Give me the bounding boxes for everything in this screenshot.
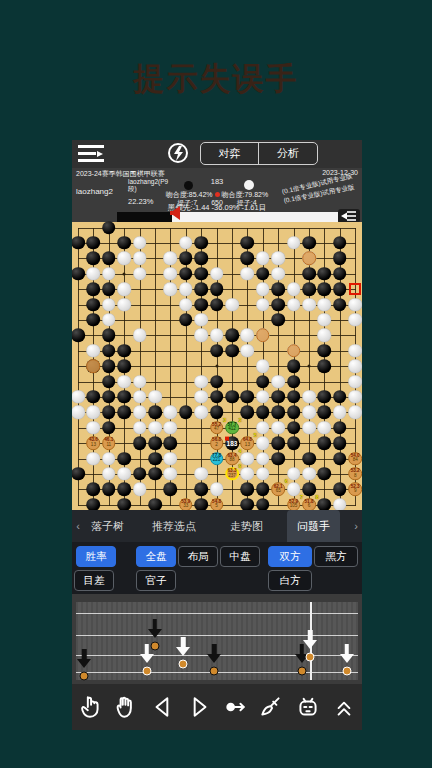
black-stone — [102, 252, 116, 266]
black-stone — [179, 267, 193, 281]
white-stone-icon — [244, 180, 254, 190]
candidate-move-marker[interactable]: 55.247 — [210, 421, 224, 435]
black-stone — [302, 267, 316, 281]
white-stone — [302, 406, 316, 420]
filter-button-黑方[interactable]: 黑方 — [314, 546, 358, 567]
menu-icon[interactable] — [78, 145, 104, 163]
black-stone — [271, 406, 285, 420]
go-board[interactable]: 55.247357.7412243.61346.11156.8264.81357… — [72, 222, 362, 510]
white-stone — [256, 298, 270, 312]
black-stone — [148, 436, 162, 450]
black-stone — [302, 236, 316, 250]
black-stone — [256, 375, 270, 389]
hand-pan-icon[interactable] — [111, 692, 141, 722]
star-point — [123, 272, 126, 275]
black-stone — [302, 483, 316, 497]
mistake-arrow-black[interactable] — [148, 619, 162, 638]
black-stone — [287, 436, 301, 450]
white-stone — [72, 406, 85, 420]
white-stone — [87, 406, 101, 420]
black-stone — [210, 298, 224, 312]
white-stone — [133, 421, 147, 435]
white-stone — [333, 406, 347, 420]
filter-button-全盘[interactable]: 全盘 — [136, 546, 176, 567]
mistake-circle-marker — [287, 344, 301, 358]
black-stone — [164, 436, 178, 450]
black-stone — [225, 344, 239, 358]
white-stone — [194, 329, 208, 343]
mistake-dot-white[interactable] — [306, 652, 315, 661]
black-stone — [333, 436, 347, 450]
white-stone — [133, 329, 147, 343]
black-stone — [271, 436, 285, 450]
black-stone — [179, 313, 193, 327]
black-stone — [333, 298, 347, 312]
black-stone — [72, 236, 85, 250]
white-stone — [348, 344, 362, 358]
white-stone — [117, 298, 131, 312]
white-stone — [302, 421, 316, 435]
white-stone — [225, 298, 239, 312]
candidate-order-badge: 5 — [254, 432, 257, 438]
black-stone — [271, 298, 285, 312]
white-stone — [179, 282, 193, 296]
filter-button-官子[interactable]: 官子 — [136, 570, 176, 591]
white-stone — [271, 375, 285, 389]
black-stone — [87, 390, 101, 404]
black-stone — [241, 236, 255, 250]
ai-robot-icon[interactable] — [293, 692, 323, 722]
white-stone — [72, 390, 85, 404]
white-stone — [102, 467, 116, 481]
black-stone — [271, 390, 285, 404]
tab-move-tree[interactable]: 落子树 — [84, 510, 124, 542]
white-stone — [302, 298, 316, 312]
black-stone — [194, 483, 208, 497]
white-stone — [164, 467, 178, 481]
red-dot-icon — [215, 192, 220, 197]
trend-graph-panel — [72, 594, 362, 684]
candidate-move-marker[interactable]: 63.3237 — [225, 467, 239, 481]
play-move-icon[interactable] — [220, 692, 250, 722]
candidate-order-badge: 6 — [285, 478, 288, 484]
tab-trend-graph[interactable]: 走势图 — [220, 510, 273, 542]
match-white: 吻合度:79.82% — [222, 191, 269, 198]
candidate-move-marker[interactable]: 56.82 — [210, 436, 224, 450]
candidate-order-badge: 4 — [238, 448, 241, 454]
black-stone — [287, 359, 301, 373]
black-stone — [102, 390, 116, 404]
white-stone — [164, 252, 178, 266]
white-stone — [348, 375, 362, 389]
match-black: 吻合度:85.42% — [166, 191, 213, 198]
filter-button-白方[interactable]: 白方 — [268, 570, 312, 591]
mistake-circle-marker — [256, 329, 270, 343]
candidate-move-marker[interactable]: 77.8221 — [210, 452, 224, 466]
white-stone — [102, 313, 116, 327]
winrate-bar-black — [117, 212, 172, 222]
white-stone — [241, 452, 255, 466]
white-stone — [271, 421, 285, 435]
candidate-order-badge: 8 — [315, 494, 318, 500]
white-stone — [194, 467, 208, 481]
phone-screen: 提示失误手 对弈 分析 2023-24赛季韩国围棋甲联赛 2023-12-30 — [0, 0, 432, 768]
black-stone — [164, 483, 178, 497]
white-stone — [318, 298, 332, 312]
black-stone — [102, 375, 116, 389]
white-stone — [179, 298, 193, 312]
black-stone — [117, 236, 131, 250]
star-point — [308, 365, 311, 368]
white-stone — [256, 359, 270, 373]
tab-problem-moves[interactable]: 问题手 — [287, 510, 340, 542]
mistake-arrow-black[interactable] — [207, 644, 221, 663]
black-stone — [333, 282, 347, 296]
star-point — [215, 365, 218, 368]
brush-clear-icon[interactable] — [256, 692, 286, 722]
black-stone — [333, 267, 347, 281]
white-stone — [117, 375, 131, 389]
white-stone — [102, 298, 116, 312]
black-stone — [194, 236, 208, 250]
black-stone — [102, 421, 116, 435]
black-stone — [287, 406, 301, 420]
white-stone — [348, 313, 362, 327]
white-stone — [210, 329, 224, 343]
black-stone — [102, 344, 116, 358]
black-stone — [287, 421, 301, 435]
current-move-label: 183 — [227, 440, 238, 447]
white-stone — [164, 421, 178, 435]
candidate-order-badge: 7 — [300, 494, 303, 500]
black-stone — [117, 483, 131, 497]
candidate-order-badge: 9 — [238, 463, 241, 469]
white-stone — [133, 483, 147, 497]
white-stone — [164, 282, 178, 296]
white-stone — [133, 406, 147, 420]
white-stone — [348, 390, 362, 404]
black-stone — [256, 483, 270, 497]
white-stone — [87, 421, 101, 435]
black-stone — [318, 282, 332, 296]
mistake-dot-white[interactable] — [342, 667, 351, 676]
white-stone — [256, 282, 270, 296]
black-stone — [87, 298, 101, 312]
black-stone — [256, 406, 270, 420]
black-stone — [210, 282, 224, 296]
white-stone — [271, 252, 285, 266]
player-stats: laozhang2(P9段) laozhang2 22.23% 183 吻合度:… — [72, 178, 362, 205]
black-stone — [210, 344, 224, 358]
mistake-dot-black[interactable] — [150, 642, 159, 651]
white-stone — [117, 252, 131, 266]
white-stone — [241, 329, 255, 343]
black-stone — [117, 359, 131, 373]
white-stone — [102, 267, 116, 281]
white-stone — [87, 267, 101, 281]
filter-button-布局[interactable]: 布局 — [178, 546, 218, 567]
white-stone — [194, 313, 208, 327]
mode-switch: 对弈 分析 — [200, 142, 318, 165]
white-stone — [241, 267, 255, 281]
black-stone — [117, 390, 131, 404]
tabs-scroll-left-icon[interactable]: ‹ — [72, 510, 84, 542]
candidate-move-marker[interactable]: 46.111 — [102, 436, 116, 450]
black-stone — [102, 406, 116, 420]
prev-move-icon[interactable] — [148, 692, 178, 722]
bottom-toolbar — [72, 684, 362, 730]
black-stone — [87, 236, 101, 250]
filter-button-双方[interactable]: 双方 — [268, 546, 312, 567]
white-stone — [287, 282, 301, 296]
white-stone — [318, 313, 332, 327]
black-stone — [102, 329, 116, 343]
white-stone — [348, 298, 362, 312]
white-stone — [133, 375, 147, 389]
white-stone — [133, 252, 147, 266]
black-stone — [117, 406, 131, 420]
white-stone — [87, 452, 101, 466]
white-stone — [256, 421, 270, 435]
black-stone — [102, 359, 116, 373]
black-stone — [225, 390, 239, 404]
black-stone — [271, 313, 285, 327]
black-stone-icon — [184, 181, 193, 190]
white-stone — [133, 390, 147, 404]
white-stone — [117, 467, 131, 481]
black-stone — [87, 313, 101, 327]
white-stone — [256, 467, 270, 481]
candidate-move-marker[interactable]: 54.084 — [348, 452, 362, 466]
black-stone — [194, 267, 208, 281]
black-stone — [333, 236, 347, 250]
trend-graph-plot[interactable] — [76, 602, 358, 680]
black-stone — [179, 252, 193, 266]
candidate-move-marker[interactable]: 62.165 — [271, 483, 285, 497]
white-stone — [302, 467, 316, 481]
mistake-circle-marker — [302, 252, 316, 266]
black-stone — [271, 282, 285, 296]
expand-up-icon[interactable] — [329, 692, 359, 722]
mistake-dot-white[interactable] — [179, 659, 188, 668]
black-stone — [241, 483, 255, 497]
black-stone — [194, 298, 208, 312]
filter-button-目差[interactable]: 目差 — [74, 570, 114, 591]
white-stone — [318, 421, 332, 435]
white-stone — [117, 282, 131, 296]
lightning-icon[interactable] — [168, 143, 188, 163]
page-title: 提示失误手 — [0, 58, 432, 100]
filter-controls: 胜率全盘布局中盘双方黑方目差官子白方 — [72, 542, 362, 594]
black-stone — [333, 452, 347, 466]
white-stone — [287, 467, 301, 481]
black-stone — [148, 452, 162, 466]
white-stone — [148, 421, 162, 435]
candidate-order-badge: 3 — [223, 417, 226, 423]
graph-gridline — [76, 613, 358, 614]
winrate-bar-row: 黑领先:-1.44 -36.09% -1.61目 — [72, 205, 362, 222]
next-move-icon[interactable] — [184, 692, 214, 722]
white-stone — [348, 406, 362, 420]
white-stone — [287, 298, 301, 312]
hand-point-icon[interactable] — [75, 692, 105, 722]
black-stone — [271, 452, 285, 466]
black-stone — [333, 390, 347, 404]
black-stone — [179, 406, 193, 420]
tab-bar: ‹ 落子树 推荐选点 走势图 问题手 › — [72, 510, 362, 542]
white-stone — [256, 436, 270, 450]
black-stone — [117, 344, 131, 358]
black-stone — [241, 252, 255, 266]
red-square-marker — [349, 283, 361, 295]
black-stone — [287, 375, 301, 389]
black-stone — [318, 359, 332, 373]
white-stone — [102, 452, 116, 466]
top-bar: 对弈 分析 — [72, 140, 362, 168]
mistake-dot-black[interactable] — [210, 667, 219, 676]
black-stone — [102, 221, 116, 235]
candidate-move-marker[interactable]: 52.39 — [348, 483, 362, 497]
black-stone — [72, 329, 85, 343]
mistake-arrow-white[interactable] — [340, 644, 354, 663]
white-stone — [194, 390, 208, 404]
black-stone — [194, 282, 208, 296]
black-stone — [133, 436, 147, 450]
black-stone — [318, 406, 332, 420]
candidate-move-marker[interactable]: 53.28 — [348, 467, 362, 481]
mistake-arrow-black[interactable] — [77, 649, 91, 668]
black-stone — [102, 282, 116, 296]
white-stone — [318, 329, 332, 343]
black-stone — [302, 452, 316, 466]
black-stone — [148, 406, 162, 420]
white-stone — [348, 359, 362, 373]
white-stone — [210, 483, 224, 497]
black-stone — [333, 421, 347, 435]
black-stone — [241, 406, 255, 420]
white-stone — [164, 452, 178, 466]
white-stone — [194, 375, 208, 389]
white-stone — [256, 452, 270, 466]
collapse-panel-button[interactable] — [338, 209, 360, 223]
black-stone — [102, 483, 116, 497]
black-stone — [210, 406, 224, 420]
white-stone — [179, 236, 193, 250]
black-stone — [333, 483, 347, 497]
black-stone — [318, 344, 332, 358]
black-stone — [133, 467, 147, 481]
play-mode-button[interactable]: 对弈 — [201, 143, 259, 164]
white-stone — [256, 252, 270, 266]
candidate-move-marker[interactable]: 63.488 — [225, 452, 239, 466]
black-stone — [117, 452, 131, 466]
mistake-arrow-white[interactable] — [176, 637, 190, 656]
black-stone — [72, 467, 85, 481]
filter-button-中盘[interactable]: 中盘 — [220, 546, 260, 567]
black-stone — [210, 390, 224, 404]
white-stone — [287, 236, 301, 250]
filter-button-胜率[interactable]: 胜率 — [76, 546, 116, 567]
candidate-move-marker[interactable]: 43.613 — [87, 436, 101, 450]
black-stone — [225, 329, 239, 343]
white-stone — [302, 390, 316, 404]
tabs-scroll-right-icon[interactable]: › — [350, 510, 362, 542]
candidate-order-badge: 2 — [238, 417, 241, 423]
mistake-dot-black[interactable] — [80, 672, 89, 681]
analyze-mode-button[interactable]: 分析 — [259, 143, 317, 164]
white-stone — [194, 406, 208, 420]
white-stone — [148, 390, 162, 404]
current-move-arrow-icon — [170, 206, 180, 220]
white-stone — [164, 406, 178, 420]
tab-recommended-points[interactable]: 推荐选点 — [142, 510, 206, 542]
go-analysis-app: 对弈 分析 2023-24赛季韩国围棋甲联赛 2023-12-30 laozha… — [72, 140, 362, 730]
mistake-circle-marker — [87, 359, 101, 373]
black-stone — [72, 267, 85, 281]
white-stone — [87, 344, 101, 358]
white-stone — [287, 483, 301, 497]
white-stone — [241, 467, 255, 481]
black-stone — [194, 252, 208, 266]
white-stone — [164, 267, 178, 281]
black-stone — [333, 252, 347, 266]
black-stone — [210, 375, 224, 389]
white-stone — [133, 267, 147, 281]
white-stone — [133, 236, 147, 250]
black-stone — [87, 483, 101, 497]
black-stone — [287, 390, 301, 404]
black-stone — [318, 390, 332, 404]
white-stone — [271, 267, 285, 281]
candidate-move-marker[interactable]: 64.813 — [241, 436, 255, 450]
mistake-dot-black[interactable] — [297, 666, 306, 675]
black-stone — [318, 436, 332, 450]
black-stone — [87, 282, 101, 296]
black-stone — [148, 467, 162, 481]
white-stone — [210, 267, 224, 281]
black-stone — [87, 252, 101, 266]
mistake-arrow-white[interactable] — [303, 630, 317, 649]
black-stone — [302, 282, 316, 296]
candidate-move-marker[interactable]: 57.7412 — [225, 421, 239, 435]
mistake-dot-white[interactable] — [142, 667, 151, 676]
winrate-bar — [117, 212, 338, 222]
black-stone — [256, 267, 270, 281]
black-stone — [241, 390, 255, 404]
white-stone — [256, 390, 270, 404]
white-stone — [241, 344, 255, 358]
black-stone — [318, 267, 332, 281]
black-stone — [318, 467, 332, 481]
